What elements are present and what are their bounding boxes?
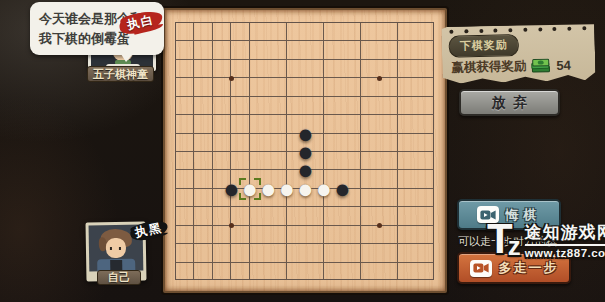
cash-stack-icon <box>530 58 552 74</box>
reward-row: 赢棋获得奖励 54 <box>451 57 571 77</box>
reward-title: 下棋奖励 <box>460 38 508 51</box>
undo-move-label: 悔棋 <box>506 206 542 224</box>
player-eye <box>110 247 112 250</box>
star-point <box>377 223 382 228</box>
white-stone: ● <box>296 179 316 199</box>
reward-title-badge: 下棋奖励 <box>449 34 520 58</box>
player-nameplate: 自己 <box>97 270 141 285</box>
reward-note: 下棋奖励 赢棋获得奖励 54 <box>441 23 595 84</box>
opponent-name: 五子棋神童 <box>93 67 148 82</box>
last-move-marker <box>239 178 261 200</box>
game-screen: ●●●●●●●●●● 今天谁会是那个和 我下棋的倒霉蛋 执白 五子棋神童 <box>0 0 605 302</box>
white-stone: ● <box>277 179 297 199</box>
star-point <box>229 76 234 81</box>
black-stone: ● <box>333 179 353 199</box>
extra-step-button[interactable]: 多走一步 <box>457 252 571 284</box>
give-up-label: 放弃 <box>492 94 536 112</box>
video-ad-icon <box>470 260 492 277</box>
player-name: 自己 <box>108 270 130 285</box>
extra-step-hint: 可以走一步对方的棋 <box>458 234 557 249</box>
player-eye <box>119 247 121 250</box>
note-perforation <box>449 26 586 34</box>
extra-step-label: 多走一步 <box>499 259 559 277</box>
give-up-button[interactable]: 放弃 <box>459 89 560 116</box>
star-point <box>229 223 234 228</box>
reward-text: 赢棋获得奖励 <box>451 58 526 77</box>
white-stone: ● <box>314 179 334 199</box>
board-grid[interactable]: ●●●●●●●●●● <box>175 22 434 280</box>
reward-amount: 54 <box>556 58 571 73</box>
undo-move-button[interactable]: 悔棋 <box>457 199 561 230</box>
gomoku-board[interactable]: ●●●●●●●●●● <box>163 8 447 293</box>
opponent-nameplate: 五子棋神童 <box>87 66 154 82</box>
white-stone: ● <box>259 179 279 199</box>
star-point <box>377 76 382 81</box>
video-ad-icon <box>477 206 499 223</box>
player-face <box>106 238 126 258</box>
extra-step-hint-text: 可以走一步对方的棋 <box>458 235 557 247</box>
